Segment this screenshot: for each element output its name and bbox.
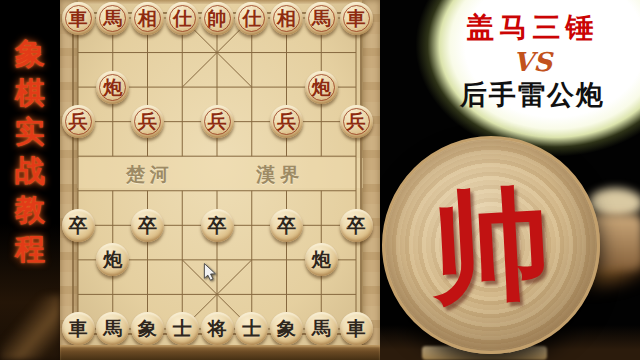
piece-character: 車	[69, 319, 88, 338]
piece-character: 車	[69, 9, 88, 28]
wood-light-streak	[0, 295, 60, 360]
piece-character: 車	[347, 9, 366, 28]
piece-character: 馬	[103, 319, 122, 338]
river-label-chu-he: 楚河	[126, 162, 174, 188]
board-frame-bottom	[60, 345, 380, 360]
left-banner-panel: 象棋实战教程	[0, 0, 60, 360]
piece-red-r0c2[interactable]: 相	[131, 2, 164, 35]
piece-character: 炮	[312, 78, 331, 97]
piece-character: 馬	[103, 9, 122, 28]
piece-character: 仕	[173, 9, 192, 28]
piece-red-r0c8[interactable]: 車	[340, 2, 373, 35]
piece-red-r0c1[interactable]: 馬	[96, 2, 129, 35]
banner-char: 程	[15, 233, 45, 265]
matchup-title-block: 盖马三锤 VS 后手雷公炮	[425, 10, 640, 112]
piece-character: 卒	[277, 216, 296, 235]
piece-character: 兵	[208, 112, 227, 131]
piece-red-r3c6[interactable]: 兵	[270, 105, 303, 138]
piece-character: 卒	[208, 216, 227, 235]
piece-character: 卒	[138, 216, 157, 235]
mouse-cursor-icon	[202, 263, 218, 281]
piece-character: 兵	[347, 112, 366, 131]
piece-red-r2c7[interactable]: 炮	[305, 71, 338, 104]
banner-char: 战	[15, 155, 45, 187]
piece-black-r6c0[interactable]: 卒	[62, 209, 95, 242]
piece-character: 馬	[312, 319, 331, 338]
river-label-han-jie: 漢界	[256, 162, 304, 188]
piece-red-r3c8[interactable]: 兵	[340, 105, 373, 138]
piece-character: 炮	[103, 250, 122, 269]
piece-character: 士	[242, 319, 261, 338]
piece-character: 相	[277, 9, 296, 28]
piece-character: 兵	[138, 112, 157, 131]
piece-black-r6c6[interactable]: 卒	[270, 209, 303, 242]
piece-black-r9c3[interactable]: 士	[166, 312, 199, 345]
piece-red-r3c0[interactable]: 兵	[62, 105, 95, 138]
piece-black-r7c7[interactable]: 炮	[305, 243, 338, 276]
piece-character: 兵	[277, 112, 296, 131]
piece-character: 車	[347, 319, 366, 338]
right-promo-panel: 盖马三锤 VS 后手雷公炮 帅	[380, 0, 640, 360]
piece-character: 兵	[69, 112, 88, 131]
banner-char: 棋	[15, 77, 45, 109]
piece-character: 象	[138, 319, 157, 338]
xiangqi-board[interactable]: 楚河 漢界 車馬相仕帥仕相馬車炮炮兵兵兵兵兵卒卒卒卒卒炮炮車馬象士将士象馬車	[60, 0, 380, 360]
piece-red-r0c3[interactable]: 仕	[166, 2, 199, 35]
banner-char: 教	[15, 194, 45, 226]
piece-character: 帥	[208, 9, 227, 28]
piece-character: 炮	[312, 250, 331, 269]
general-character: 帅	[428, 182, 554, 308]
piece-red-r0c0[interactable]: 車	[62, 2, 95, 35]
piece-black-r9c4[interactable]: 将	[201, 312, 234, 345]
piece-red-r0c7[interactable]: 馬	[305, 2, 338, 35]
piece-character: 卒	[347, 216, 366, 235]
banner-char: 实	[15, 116, 45, 148]
piece-red-r3c4[interactable]: 兵	[201, 105, 234, 138]
piece-black-r9c7[interactable]: 馬	[305, 312, 338, 345]
piece-character: 象	[277, 319, 296, 338]
piece-character: 仕	[242, 9, 261, 28]
opening-name-black: 后手雷公炮	[425, 78, 640, 112]
piece-red-r0c5[interactable]: 仕	[235, 2, 268, 35]
piece-character: 卒	[69, 216, 88, 235]
piece-black-r9c8[interactable]: 車	[340, 312, 373, 345]
piece-red-r0c6[interactable]: 相	[270, 2, 303, 35]
vertical-title: 象棋实战教程	[0, 38, 60, 265]
opening-name-red: 盖马三锤	[425, 10, 640, 46]
video-frame: 象棋实战教程 楚河 漢界 車馬相仕帥仕相馬車炮炮兵兵兵兵兵卒卒卒卒卒炮炮車馬象士…	[0, 0, 640, 360]
vs-label: VS	[425, 46, 640, 78]
general-piece-photo: 帅	[382, 136, 600, 354]
piece-character: 将	[208, 319, 227, 338]
piece-red-r3c2[interactable]: 兵	[131, 105, 164, 138]
piece-character: 士	[173, 319, 192, 338]
piece-black-r6c4[interactable]: 卒	[201, 209, 234, 242]
piece-red-r2c1[interactable]: 炮	[96, 71, 129, 104]
piece-character: 馬	[312, 9, 331, 28]
piece-character: 炮	[103, 78, 122, 97]
piece-black-r6c2[interactable]: 卒	[131, 209, 164, 242]
piece-black-r6c8[interactable]: 卒	[340, 209, 373, 242]
banner-char: 象	[15, 38, 45, 70]
piece-red-r0c4[interactable]: 帥	[201, 2, 234, 35]
piece-black-r9c0[interactable]: 車	[62, 312, 95, 345]
piece-character: 相	[138, 9, 157, 28]
